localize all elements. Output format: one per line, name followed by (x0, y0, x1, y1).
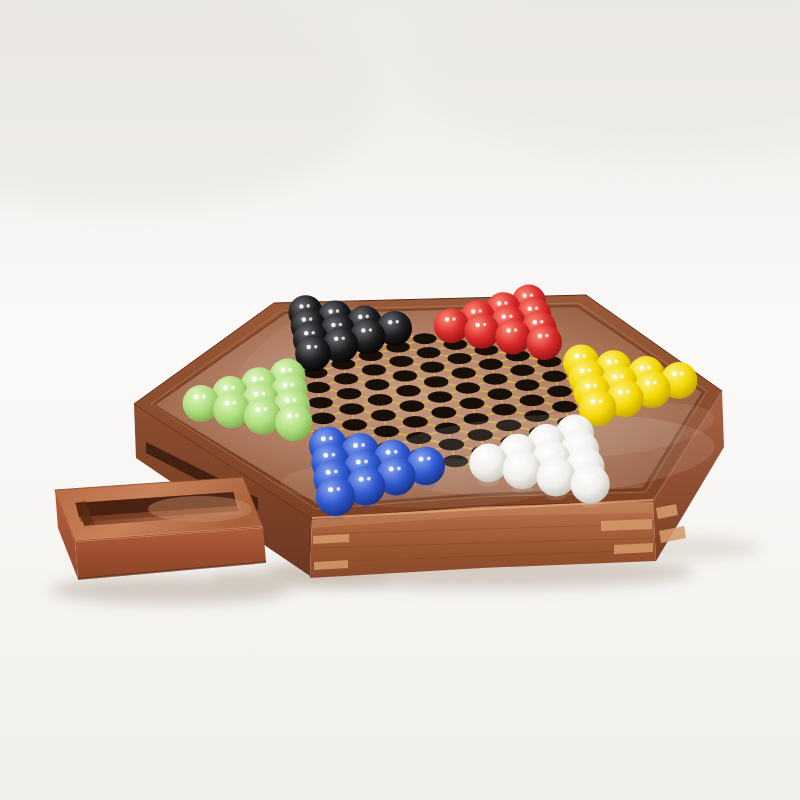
marble-highlight (639, 366, 644, 371)
marble-highlight (339, 323, 343, 327)
marble-highlight (544, 451, 549, 456)
marble-highlight (614, 360, 618, 364)
marble-body (537, 458, 576, 497)
marble-highlight (334, 470, 338, 474)
marble-red[interactable] (495, 319, 530, 354)
marble-body (464, 314, 499, 349)
marble-body (469, 444, 508, 483)
marble-green[interactable] (244, 398, 281, 435)
marble-body (503, 451, 542, 490)
hole[interactable] (488, 388, 513, 400)
hole[interactable] (420, 361, 444, 372)
marble-highlight (581, 441, 585, 445)
marble-highlight (395, 320, 399, 324)
marble-body (434, 308, 469, 343)
marble-highlight (618, 390, 623, 395)
marble-highlight (388, 320, 393, 325)
marble-highlight (497, 301, 502, 306)
marble-highlight (506, 328, 511, 333)
hole[interactable] (552, 401, 577, 413)
product-photo (0, 0, 800, 800)
marble-highlight (361, 328, 366, 333)
marble-highlight (530, 293, 534, 297)
marble-highlight (314, 345, 318, 349)
hole[interactable] (339, 403, 364, 415)
hole[interactable] (456, 382, 480, 394)
marble-highlight (233, 401, 237, 405)
marble-highlight (304, 331, 309, 336)
marble-green[interactable] (275, 404, 312, 441)
marble-highlight (509, 315, 513, 319)
marble-highlight (353, 443, 358, 448)
marble-highlight (547, 434, 551, 438)
marble-highlight (302, 317, 307, 322)
marble-highlight (483, 323, 487, 327)
marble-highlight (254, 392, 259, 397)
hole[interactable] (393, 370, 417, 381)
hole[interactable] (374, 425, 399, 437)
marble-highlight (264, 407, 268, 411)
hole[interactable] (337, 388, 361, 400)
hole[interactable] (428, 391, 453, 403)
marble-highlight (481, 454, 486, 459)
marble-highlight (336, 309, 340, 313)
marble-highlight (538, 334, 543, 339)
marble-highlight (331, 323, 336, 328)
hole[interactable] (400, 400, 425, 412)
hole[interactable] (371, 410, 396, 422)
marble-body (275, 404, 312, 441)
marble-highlight (306, 345, 311, 350)
marble-highlight (535, 307, 539, 311)
marble-highlight (478, 309, 482, 313)
marble-highlight (612, 375, 617, 380)
marble-red[interactable] (526, 325, 562, 361)
marble-highlight (519, 444, 523, 448)
marble-highlight (359, 477, 364, 482)
hole[interactable] (424, 376, 448, 387)
marble-highlight (599, 399, 603, 403)
marble-highlight (523, 461, 527, 465)
hole[interactable] (452, 367, 476, 378)
hole[interactable] (308, 397, 333, 409)
marble-highlight (321, 436, 326, 441)
hole[interactable] (520, 395, 545, 407)
marble-highlight (626, 390, 630, 394)
marble-highlight (194, 395, 199, 400)
marble-highlight (540, 320, 544, 324)
marble-highlight (549, 468, 554, 473)
marble-highlight (361, 443, 365, 447)
marble-highlight (311, 331, 315, 335)
marble-highlight (576, 424, 580, 428)
hole[interactable] (542, 371, 566, 382)
marble-highlight (647, 366, 651, 370)
marble-highlight (568, 424, 573, 429)
marble-highlight (223, 386, 228, 391)
marble-highlight (510, 444, 515, 449)
marble-highlight (369, 328, 373, 332)
hole[interactable] (483, 373, 507, 384)
marble-highlight (583, 475, 588, 480)
marble-highlight (260, 377, 264, 381)
drawer[interactable] (55, 477, 266, 579)
marble-highlight (389, 467, 394, 472)
marble-highlight (680, 372, 684, 376)
marble-highlight (364, 460, 368, 464)
hole[interactable] (306, 382, 330, 393)
marble-highlight (334, 336, 339, 341)
marble-highlight (287, 414, 292, 419)
scene (0, 0, 800, 800)
marble-highlight (331, 453, 335, 457)
hole[interactable] (413, 333, 437, 344)
marble-highlight (586, 458, 590, 462)
marble-body (526, 325, 562, 361)
hole[interactable] (389, 356, 413, 367)
marble-highlight (552, 451, 556, 455)
marble-body (183, 385, 220, 422)
marble-highlight (527, 307, 532, 312)
hole[interactable] (342, 419, 367, 431)
marble-highlight (445, 317, 450, 322)
marble-highlight (591, 475, 595, 479)
drawer-floor-highlight (148, 496, 252, 522)
hole[interactable] (515, 379, 539, 391)
marble-highlight (293, 398, 297, 402)
hole[interactable] (479, 359, 503, 370)
marble-highlight (306, 304, 310, 308)
marble-green[interactable] (213, 391, 250, 428)
marble-highlight (356, 460, 361, 465)
marble-highlight (471, 309, 476, 314)
marble-highlight (358, 315, 363, 320)
marble-highlight (323, 453, 328, 458)
marble-highlight (545, 334, 549, 338)
marble-highlight (522, 294, 526, 298)
marble-highlight (202, 395, 206, 399)
hole[interactable] (431, 407, 456, 419)
marble-body (213, 391, 250, 428)
hole[interactable] (362, 364, 386, 375)
hole[interactable] (311, 412, 336, 424)
marble-highlight (419, 457, 424, 462)
marble-highlight (574, 354, 579, 359)
hole[interactable] (396, 385, 420, 397)
marble-highlight (299, 304, 303, 308)
hole[interactable] (510, 365, 534, 376)
marble-highlight (607, 360, 612, 365)
hole[interactable] (417, 347, 441, 358)
marble-red[interactable] (434, 308, 469, 343)
marble-highlight (290, 383, 294, 387)
hole[interactable] (365, 379, 389, 390)
marble-highlight (252, 377, 257, 382)
marble-highlight (281, 368, 286, 373)
marble-highlight (386, 450, 391, 455)
marble-highlight (256, 407, 261, 412)
marble-highlight (645, 381, 650, 386)
marble-highlight (309, 317, 313, 321)
marble-highlight (285, 398, 290, 403)
hole[interactable] (547, 386, 572, 398)
marble-highlight (397, 467, 401, 471)
marble-highlight (593, 384, 597, 388)
marble-highlight (367, 477, 371, 481)
marble-highlight (620, 375, 624, 379)
marble-highlight (329, 436, 333, 440)
marble-highlight (672, 372, 677, 377)
marble-highlight (326, 470, 331, 475)
marble-body (244, 398, 281, 435)
marble-green[interactable] (183, 385, 220, 422)
marble-highlight (557, 468, 561, 472)
hole[interactable] (403, 416, 428, 428)
marble-body (495, 319, 530, 354)
marble-highlight (231, 386, 235, 390)
hole[interactable] (334, 373, 358, 384)
hole[interactable] (460, 398, 485, 410)
marble-highlight (225, 401, 230, 406)
marble-body (571, 465, 610, 504)
marble-highlight (452, 317, 456, 321)
marble-highlight (585, 384, 590, 389)
marble-highlight (539, 434, 544, 439)
marble-highlight (504, 301, 508, 305)
marble-highlight (514, 328, 518, 332)
marble-highlight (288, 368, 292, 372)
marble-red[interactable] (464, 314, 499, 349)
marble-highlight (582, 354, 586, 358)
marble-highlight (653, 381, 657, 385)
marble-highlight (475, 323, 480, 328)
marble-highlight (283, 383, 288, 388)
marble-highlight (295, 414, 299, 418)
marble-highlight (427, 457, 431, 461)
marble-highlight (341, 337, 345, 341)
marble-highlight (578, 458, 583, 463)
marble-highlight (365, 315, 369, 319)
marble-highlight (262, 392, 266, 396)
marble-highlight (580, 368, 585, 373)
marble-highlight (532, 320, 537, 325)
marble-highlight (502, 315, 507, 320)
marble-highlight (328, 309, 333, 314)
marble-highlight (336, 487, 340, 491)
marble-highlight (394, 450, 398, 454)
marble-body (316, 477, 355, 516)
marble-highlight (591, 399, 596, 404)
marble-highlight (515, 461, 520, 466)
marble-highlight (328, 487, 333, 492)
hole[interactable] (448, 353, 472, 364)
hole[interactable] (492, 404, 517, 416)
marble-highlight (573, 441, 578, 446)
marble-highlight (489, 454, 493, 458)
hole[interactable] (368, 394, 393, 406)
marble-highlight (588, 368, 592, 372)
